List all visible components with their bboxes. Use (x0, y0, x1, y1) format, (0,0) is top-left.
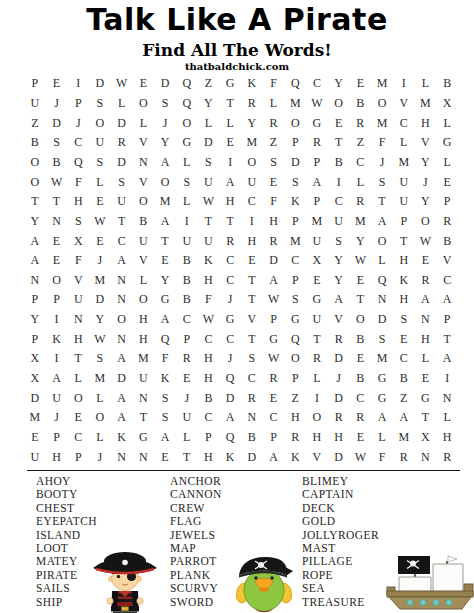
grid-cell[interactable]: S (241, 349, 263, 369)
grid-cell[interactable]: B (176, 290, 198, 310)
grid-cell[interactable]: Y (241, 113, 263, 133)
grid-cell[interactable]: P (284, 133, 306, 153)
grid-cell[interactable]: S (371, 172, 393, 192)
grid-cell[interactable]: I (393, 74, 415, 94)
grid-cell[interactable]: D (111, 113, 133, 133)
grid-cell[interactable]: M (393, 428, 415, 448)
grid-cell[interactable]: G (306, 290, 328, 310)
grid-cell[interactable]: P (24, 74, 46, 94)
grid-cell[interactable]: U (306, 231, 328, 251)
grid-cell[interactable]: B (133, 212, 155, 232)
grid-cell[interactable]: A (436, 290, 458, 310)
grid-cell[interactable]: G (306, 113, 328, 133)
grid-cell[interactable]: P (284, 369, 306, 389)
grid-cell[interactable]: L (350, 172, 372, 192)
grid-cell[interactable]: H (198, 270, 220, 290)
grid-cell[interactable]: H (133, 329, 155, 349)
grid-cell[interactable]: E (154, 251, 176, 271)
grid-cell[interactable]: W (350, 251, 372, 271)
grid-cell[interactable]: G (176, 133, 198, 153)
grid-cell[interactable]: Y (154, 133, 176, 153)
grid-cell[interactable]: I (436, 369, 458, 389)
grid-cell[interactable]: S (371, 329, 393, 349)
grid-cell[interactable]: S (111, 172, 133, 192)
grid-cell[interactable]: W (89, 329, 111, 349)
grid-cell[interactable]: H (198, 369, 220, 389)
grid-cell[interactable]: D (328, 349, 350, 369)
grid-cell[interactable]: H (328, 428, 350, 448)
grid-cell[interactable]: Q (371, 270, 393, 290)
grid-cell[interactable]: Y (328, 270, 350, 290)
grid-cell[interactable]: W (89, 212, 111, 232)
grid-cell[interactable]: C (241, 192, 263, 212)
grid-cell[interactable]: W (263, 349, 285, 369)
grid-cell[interactable]: O (284, 113, 306, 133)
grid-cell[interactable]: U (328, 212, 350, 232)
grid-cell[interactable]: U (393, 172, 415, 192)
grid-cell[interactable]: R (263, 369, 285, 389)
grid-cell[interactable]: E (24, 428, 46, 448)
word-item[interactable]: CREW (170, 502, 222, 515)
grid-cell[interactable]: T (176, 447, 198, 467)
grid-cell[interactable]: W (198, 310, 220, 330)
grid-cell[interactable]: I (67, 74, 89, 94)
grid-cell[interactable]: Y (89, 310, 111, 330)
grid-cell[interactable]: X (415, 428, 437, 448)
grid-cell[interactable]: L (67, 369, 89, 389)
grid-cell[interactable]: H (198, 349, 220, 369)
word-item[interactable]: ANCHOR (170, 475, 222, 488)
word-item[interactable]: SWORD (170, 596, 222, 609)
grid-cell[interactable]: V (67, 270, 89, 290)
grid-cell[interactable]: W (415, 231, 437, 251)
word-item[interactable]: GOLD (302, 515, 379, 528)
grid-cell[interactable]: F (67, 251, 89, 271)
grid-cell[interactable]: U (176, 231, 198, 251)
grid-cell[interactable]: L (176, 192, 198, 212)
grid-cell[interactable]: G (154, 290, 176, 310)
grid-cell[interactable]: F (154, 349, 176, 369)
grid-cell[interactable]: U (198, 231, 220, 251)
grid-cell[interactable]: L (393, 133, 415, 153)
word-item[interactable]: CANNON (170, 488, 222, 501)
grid-cell[interactable]: Q (284, 74, 306, 94)
grid-cell[interactable]: V (133, 172, 155, 192)
grid-cell[interactable]: M (89, 270, 111, 290)
grid-cell[interactable]: A (154, 428, 176, 448)
grid-cell[interactable]: E (67, 408, 89, 428)
grid-cell[interactable]: D (24, 388, 46, 408)
grid-cell[interactable]: A (371, 212, 393, 232)
grid-cell[interactable]: E (306, 270, 328, 290)
grid-cell[interactable]: Q (176, 74, 198, 94)
grid-cell[interactable]: C (219, 251, 241, 271)
grid-cell[interactable]: J (219, 349, 241, 369)
grid-cell[interactable]: O (306, 408, 328, 428)
grid-cell[interactable]: B (350, 369, 372, 389)
grid-cell[interactable]: L (371, 428, 393, 448)
grid-cell[interactable]: O (371, 231, 393, 251)
grid-cell[interactable]: R (219, 231, 241, 251)
grid-cell[interactable]: A (393, 408, 415, 428)
grid-cell[interactable]: A (111, 251, 133, 271)
grid-cell[interactable]: R (350, 113, 372, 133)
grid-cell[interactable]: M (154, 192, 176, 212)
grid-cell[interactable]: S (154, 388, 176, 408)
grid-cell[interactable]: W (350, 447, 372, 467)
grid-cell[interactable]: N (46, 212, 68, 232)
grid-cell[interactable]: A (111, 388, 133, 408)
grid-cell[interactable]: L (176, 428, 198, 448)
grid-cell[interactable]: A (263, 270, 285, 290)
grid-cell[interactable]: P (284, 212, 306, 232)
grid-cell[interactable]: N (111, 329, 133, 349)
grid-cell[interactable]: D (111, 369, 133, 389)
grid-cell[interactable]: T (350, 290, 372, 310)
grid-cell[interactable]: Y (24, 212, 46, 232)
grid-cell[interactable]: N (415, 447, 437, 467)
grid-cell[interactable]: C (219, 329, 241, 349)
grid-cell[interactable]: L (371, 251, 393, 271)
grid-cell[interactable]: T (436, 329, 458, 349)
grid-cell[interactable]: I (46, 349, 68, 369)
grid-cell[interactable]: M (133, 349, 155, 369)
grid-cell[interactable]: D (219, 388, 241, 408)
grid-cell[interactable]: A (154, 212, 176, 232)
grid-cell[interactable]: M (89, 369, 111, 389)
grid-cell[interactable]: V (241, 310, 263, 330)
grid-cell[interactable]: E (46, 74, 68, 94)
grid-cell[interactable]: R (241, 388, 263, 408)
grid-cell[interactable]: C (436, 270, 458, 290)
grid-cell[interactable]: L (306, 369, 328, 389)
grid-cell[interactable]: Y (415, 153, 437, 173)
grid-cell[interactable]: U (111, 192, 133, 212)
grid-cell[interactable]: D (89, 74, 111, 94)
grid-cell[interactable]: N (67, 310, 89, 330)
grid-cell[interactable]: S (393, 310, 415, 330)
grid-cell[interactable]: C (198, 329, 220, 349)
grid-cell[interactable]: U (89, 133, 111, 153)
grid-cell[interactable]: L (436, 113, 458, 133)
grid-cell[interactable]: X (436, 94, 458, 114)
grid-cell[interactable]: M (371, 74, 393, 94)
grid-cell[interactable]: G (371, 369, 393, 389)
grid-cell[interactable]: N (415, 310, 437, 330)
grid-cell[interactable]: A (415, 290, 437, 310)
grid-cell[interactable]: K (198, 251, 220, 271)
grid-cell[interactable]: O (111, 310, 133, 330)
grid-cell[interactable]: T (241, 329, 263, 349)
grid-cell[interactable]: C (198, 408, 220, 428)
grid-cell[interactable]: K (284, 447, 306, 467)
grid-cell[interactable]: T (393, 231, 415, 251)
grid-cell[interactable]: L (219, 113, 241, 133)
word-item[interactable]: TREASURE (302, 596, 379, 609)
grid-cell[interactable]: L (415, 74, 437, 94)
grid-cell[interactable]: O (46, 270, 68, 290)
grid-cell[interactable]: O (415, 212, 437, 232)
grid-cell[interactable]: A (46, 369, 68, 389)
word-item[interactable]: CAPTAIN (302, 488, 379, 501)
grid-cell[interactable]: P (263, 428, 285, 448)
grid-cell[interactable]: X (24, 349, 46, 369)
grid-cell[interactable]: R (176, 349, 198, 369)
grid-cell[interactable]: L (176, 153, 198, 173)
grid-cell[interactable]: V (436, 251, 458, 271)
grid-cell[interactable]: P (436, 310, 458, 330)
grid-cell[interactable]: W (306, 94, 328, 114)
grid-cell[interactable]: T (241, 270, 263, 290)
grid-cell[interactable]: E (89, 231, 111, 251)
grid-cell[interactable]: O (371, 94, 393, 114)
grid-cell[interactable]: A (371, 408, 393, 428)
grid-cell[interactable]: Y (328, 251, 350, 271)
grid-cell[interactable]: A (219, 172, 241, 192)
grid-cell[interactable]: L (263, 94, 285, 114)
grid-cell[interactable]: U (306, 310, 328, 330)
grid-cell[interactable]: A (24, 251, 46, 271)
grid-cell[interactable]: L (436, 408, 458, 428)
grid-cell[interactable]: A (263, 447, 285, 467)
grid-cell[interactable]: B (393, 369, 415, 389)
grid-cell[interactable]: O (133, 290, 155, 310)
grid-cell[interactable]: M (350, 212, 372, 232)
grid-cell[interactable]: T (154, 231, 176, 251)
grid-cell[interactable]: J (415, 172, 437, 192)
grid-cell[interactable]: V (133, 133, 155, 153)
grid-cell[interactable]: P (393, 212, 415, 232)
grid-cell[interactable]: H (284, 408, 306, 428)
grid-cell[interactable]: J (89, 251, 111, 271)
grid-cell[interactable]: E (219, 133, 241, 153)
grid-cell[interactable]: T (219, 94, 241, 114)
grid-cell[interactable]: N (133, 388, 155, 408)
grid-cell[interactable]: J (67, 113, 89, 133)
grid-cell[interactable]: H (415, 113, 437, 133)
grid-cell[interactable]: N (133, 447, 155, 467)
grid-cell[interactable]: C (284, 251, 306, 271)
grid-cell[interactable]: Y (154, 270, 176, 290)
grid-cell[interactable]: D (111, 153, 133, 173)
grid-cell[interactable]: S (198, 153, 220, 173)
grid-cell[interactable]: H (67, 329, 89, 349)
grid-cell[interactable]: Y (350, 231, 372, 251)
grid-cell[interactable]: P (306, 153, 328, 173)
grid-cell[interactable]: O (133, 94, 155, 114)
grid-cell[interactable]: H (67, 192, 89, 212)
word-item[interactable]: PARROT (170, 555, 222, 568)
grid-cell[interactable]: N (133, 153, 155, 173)
grid-cell[interactable]: T (219, 212, 241, 232)
grid-cell[interactable]: X (306, 251, 328, 271)
grid-cell[interactable]: Y (328, 74, 350, 94)
grid-cell[interactable]: T (67, 349, 89, 369)
grid-cell[interactable]: L (111, 94, 133, 114)
grid-cell[interactable]: Q (67, 153, 89, 173)
grid-cell[interactable]: R (436, 447, 458, 467)
grid-cell[interactable]: K (111, 428, 133, 448)
grid-cell[interactable]: W (198, 192, 220, 212)
grid-cell[interactable]: P (24, 290, 46, 310)
grid-cell[interactable]: L (133, 270, 155, 290)
grid-cell[interactable]: D (198, 133, 220, 153)
grid-cell[interactable]: R (306, 349, 328, 369)
grid-cell[interactable]: B (198, 388, 220, 408)
grid-cell[interactable]: D (154, 74, 176, 94)
grid-cell[interactable]: E (263, 172, 285, 192)
grid-cell[interactable]: R (393, 447, 415, 467)
grid-cell[interactable]: V (133, 251, 155, 271)
grid-cell[interactable]: Q (219, 369, 241, 389)
grid-cell[interactable]: E (46, 251, 68, 271)
grid-cell[interactable]: B (436, 74, 458, 94)
grid-cell[interactable]: S (284, 290, 306, 310)
grid-cell[interactable]: J (328, 369, 350, 389)
word-item[interactable]: MAP (170, 542, 222, 555)
grid-cell[interactable]: J (89, 447, 111, 467)
grid-cell[interactable]: G (263, 329, 285, 349)
grid-cell[interactable]: Z (350, 133, 372, 153)
grid-cell[interactable]: V (415, 133, 437, 153)
grid-cell[interactable]: A (154, 153, 176, 173)
grid-cell[interactable]: P (284, 270, 306, 290)
grid-cell[interactable]: O (133, 192, 155, 212)
word-item[interactable]: ROPE (302, 569, 379, 582)
grid-cell[interactable]: C (219, 270, 241, 290)
grid-cell[interactable]: Z (24, 113, 46, 133)
grid-cell[interactable]: E (263, 388, 285, 408)
word-item[interactable]: BLIMEY (302, 475, 379, 488)
grid-cell[interactable]: B (350, 94, 372, 114)
grid-cell[interactable]: E (241, 251, 263, 271)
grid-cell[interactable]: R (263, 231, 285, 251)
grid-cell[interactable]: T (111, 212, 133, 232)
grid-cell[interactable]: M (371, 349, 393, 369)
grid-cell[interactable]: G (284, 310, 306, 330)
grid-cell[interactable]: L (436, 153, 458, 173)
grid-cell[interactable]: I (306, 388, 328, 408)
word-item[interactable]: SEA (302, 582, 379, 595)
grid-cell[interactable]: O (24, 153, 46, 173)
grid-cell[interactable]: H (393, 251, 415, 271)
grid-cell[interactable]: V (328, 310, 350, 330)
grid-cell[interactable]: M (306, 212, 328, 232)
grid-cell[interactable]: E (176, 369, 198, 389)
grid-cell[interactable]: T (328, 133, 350, 153)
word-item[interactable]: EYEPATCH (36, 515, 97, 528)
grid-cell[interactable]: U (67, 290, 89, 310)
grid-cell[interactable]: I (219, 153, 241, 173)
grid-cell[interactable]: G (219, 310, 241, 330)
grid-cell[interactable]: B (328, 153, 350, 173)
grid-cell[interactable]: R (241, 94, 263, 114)
grid-cell[interactable]: C (176, 310, 198, 330)
grid-cell[interactable]: A (154, 310, 176, 330)
grid-cell[interactable]: G (436, 133, 458, 153)
grid-cell[interactable]: M (241, 133, 263, 153)
grid-cell[interactable]: C (350, 153, 372, 173)
grid-cell[interactable]: D (89, 290, 111, 310)
grid-cell[interactable]: N (24, 270, 46, 290)
grid-cell[interactable]: D (241, 447, 263, 467)
word-item[interactable]: CHEST (36, 502, 97, 515)
grid-cell[interactable]: D (46, 113, 68, 133)
grid-cell[interactable]: S (263, 153, 285, 173)
grid-cell[interactable]: U (241, 172, 263, 192)
grid-cell[interactable]: K (46, 329, 68, 349)
grid-cell[interactable]: N (111, 270, 133, 290)
grid-cell[interactable]: L (89, 388, 111, 408)
grid-cell[interactable]: M (24, 408, 46, 428)
grid-cell[interactable]: D (328, 447, 350, 467)
grid-cell[interactable]: T (46, 192, 68, 212)
grid-cell[interactable]: W (111, 74, 133, 94)
grid-cell[interactable]: E (415, 369, 437, 389)
grid-cell[interactable]: U (133, 369, 155, 389)
grid-cell[interactable]: K (393, 270, 415, 290)
grid-cell[interactable]: Z (393, 388, 415, 408)
grid-cell[interactable]: M (284, 231, 306, 251)
grid-cell[interactable]: C (306, 74, 328, 94)
grid-cell[interactable]: F (371, 133, 393, 153)
grid-cell[interactable]: S (89, 349, 111, 369)
grid-cell[interactable]: P (263, 310, 285, 330)
grid-cell[interactable]: D (328, 388, 350, 408)
grid-cell[interactable]: C (263, 408, 285, 428)
grid-cell[interactable]: C (111, 231, 133, 251)
grid-cell[interactable]: H (263, 212, 285, 232)
grid-cell[interactable]: M (415, 94, 437, 114)
grid-cell[interactable]: B (436, 231, 458, 251)
grid-cell[interactable]: L (133, 113, 155, 133)
grid-cell[interactable]: A (111, 408, 133, 428)
grid-cell[interactable]: G (133, 428, 155, 448)
grid-cell[interactable]: B (241, 428, 263, 448)
grid-cell[interactable]: R (263, 113, 285, 133)
grid-cell[interactable]: X (24, 369, 46, 389)
grid-cell[interactable]: V (393, 94, 415, 114)
grid-cell[interactable]: Q (219, 428, 241, 448)
grid-cell[interactable]: P (24, 329, 46, 349)
grid-cell[interactable]: T (241, 290, 263, 310)
grid-cell[interactable]: T (371, 192, 393, 212)
grid-cell[interactable]: Z (198, 74, 220, 94)
grid-cell[interactable]: H (393, 290, 415, 310)
grid-cell[interactable]: Q (154, 329, 176, 349)
grid-cell[interactable]: R (328, 329, 350, 349)
grid-cell[interactable]: U (176, 408, 198, 428)
grid-cell[interactable]: P (198, 428, 220, 448)
grid-cell[interactable]: K (154, 369, 176, 389)
grid-cell[interactable]: N (241, 408, 263, 428)
grid-cell[interactable]: L (415, 349, 437, 369)
grid-cell[interactable]: G (371, 388, 393, 408)
grid-cell[interactable]: H (198, 447, 220, 467)
grid-cell[interactable]: M (393, 153, 415, 173)
grid-cell[interactable]: Z (263, 133, 285, 153)
grid-cell[interactable]: E (154, 447, 176, 467)
grid-cell[interactable]: M (284, 94, 306, 114)
word-item[interactable]: AHOY (36, 475, 97, 488)
grid-cell[interactable]: F (371, 447, 393, 467)
grid-cell[interactable]: E (350, 270, 372, 290)
grid-cell[interactable]: D (371, 310, 393, 330)
grid-cell[interactable]: S (89, 153, 111, 173)
grid-cell[interactable]: H (219, 192, 241, 212)
grid-cell[interactable]: C (67, 133, 89, 153)
grid-cell[interactable]: H (133, 310, 155, 330)
